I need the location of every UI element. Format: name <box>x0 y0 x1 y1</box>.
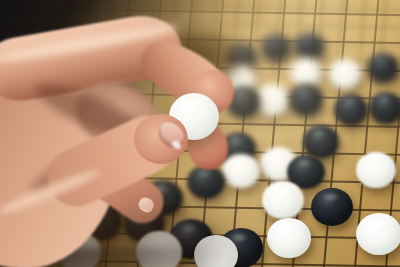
photo-go-board-scene <box>0 0 400 267</box>
hand <box>0 0 400 267</box>
